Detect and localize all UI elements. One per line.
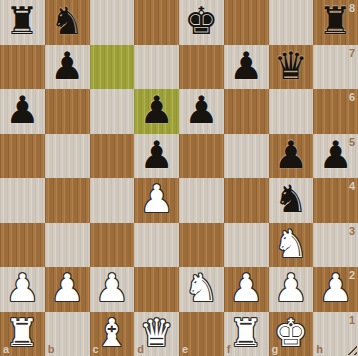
piece-white-rook-f1[interactable]: ♜ (229, 314, 263, 352)
piece-white-rook-a1[interactable]: ♜ (5, 314, 39, 352)
file-label-c: c (93, 343, 99, 355)
piece-white-pawn-g2[interactable]: ♟ (274, 269, 308, 307)
piece-black-queen-g7[interactable]: ♛ (274, 47, 308, 85)
square-h7[interactable]: 7 (313, 45, 358, 90)
rank-label-8: 8 (349, 2, 355, 14)
piece-black-pawn-b7[interactable]: ♟ (50, 47, 84, 85)
square-c4[interactable] (90, 178, 135, 223)
file-label-a: a (3, 343, 9, 355)
square-b1[interactable]: b (45, 312, 90, 356)
square-a8[interactable]: ♜ (0, 0, 45, 45)
square-c1[interactable]: ♝c (90, 312, 135, 356)
square-b8[interactable]: ♞ (45, 0, 90, 45)
square-h2[interactable]: ♟2 (313, 267, 358, 312)
piece-black-pawn-d6[interactable]: ♟ (140, 91, 174, 129)
square-a6[interactable]: ♟ (0, 89, 45, 134)
square-a5[interactable] (0, 134, 45, 179)
piece-black-king-e8[interactable]: ♚ (184, 2, 218, 40)
piece-black-pawn-a6[interactable]: ♟ (5, 91, 39, 129)
square-g3[interactable]: ♞ (269, 223, 314, 268)
square-e2[interactable]: ♞ (179, 267, 224, 312)
rank-label-1: 1 (349, 314, 355, 326)
square-f5[interactable] (224, 134, 269, 179)
file-label-g: g (272, 343, 279, 355)
square-g1[interactable]: ♚g (269, 312, 314, 356)
square-c3[interactable] (90, 223, 135, 268)
square-g5[interactable]: ♟ (269, 134, 314, 179)
piece-white-pawn-b2[interactable]: ♟ (50, 269, 84, 307)
rank-label-3: 3 (349, 225, 355, 237)
piece-black-pawn-f7[interactable]: ♟ (229, 47, 263, 85)
piece-white-pawn-d4[interactable]: ♟ (140, 180, 174, 218)
square-h4[interactable]: 4 (313, 178, 358, 223)
square-c7[interactable] (90, 45, 135, 90)
rank-label-6: 6 (349, 91, 355, 103)
piece-white-pawn-a2[interactable]: ♟ (5, 269, 39, 307)
square-d7[interactable] (134, 45, 179, 90)
square-b2[interactable]: ♟ (45, 267, 90, 312)
square-a2[interactable]: ♟ (0, 267, 45, 312)
piece-black-knight-b8[interactable]: ♞ (50, 2, 84, 40)
square-d8[interactable] (134, 0, 179, 45)
piece-white-pawn-c2[interactable]: ♟ (95, 269, 129, 307)
square-b5[interactable] (45, 134, 90, 179)
square-f8[interactable] (224, 0, 269, 45)
square-e1[interactable]: e (179, 312, 224, 356)
piece-white-knight-e2[interactable]: ♞ (184, 269, 218, 307)
square-d2[interactable] (134, 267, 179, 312)
piece-black-rook-a8[interactable]: ♜ (5, 2, 39, 40)
piece-black-pawn-h5[interactable]: ♟ (319, 136, 353, 174)
square-e6[interactable]: ♟ (179, 89, 224, 134)
rank-label-5: 5 (349, 136, 355, 148)
square-f1[interactable]: ♜f (224, 312, 269, 356)
piece-white-knight-g3[interactable]: ♞ (274, 225, 308, 263)
square-b6[interactable] (45, 89, 90, 134)
square-b3[interactable] (45, 223, 90, 268)
square-c2[interactable]: ♟ (90, 267, 135, 312)
piece-black-pawn-d5[interactable]: ♟ (140, 136, 174, 174)
square-h6[interactable]: 6 (313, 89, 358, 134)
square-e8[interactable]: ♚ (179, 0, 224, 45)
square-e4[interactable] (179, 178, 224, 223)
piece-white-pawn-f2[interactable]: ♟ (229, 269, 263, 307)
square-a1[interactable]: ♜a (0, 312, 45, 356)
square-g6[interactable] (269, 89, 314, 134)
square-g7[interactable]: ♛ (269, 45, 314, 90)
square-d6[interactable]: ♟ (134, 89, 179, 134)
square-c5[interactable] (90, 134, 135, 179)
square-f3[interactable] (224, 223, 269, 268)
square-f7[interactable]: ♟ (224, 45, 269, 90)
square-a4[interactable] (0, 178, 45, 223)
square-b7[interactable]: ♟ (45, 45, 90, 90)
piece-white-king-g1[interactable]: ♚ (274, 314, 308, 352)
square-h3[interactable]: 3 (313, 223, 358, 268)
square-f4[interactable] (224, 178, 269, 223)
square-a3[interactable] (0, 223, 45, 268)
rank-label-7: 7 (349, 47, 355, 59)
square-g8[interactable] (269, 0, 314, 45)
square-h8[interactable]: ♜8 (313, 0, 358, 45)
rank-label-4: 4 (349, 180, 355, 192)
piece-white-bishop-c1[interactable]: ♝ (95, 314, 129, 352)
file-label-e: e (182, 343, 188, 355)
piece-black-pawn-e6[interactable]: ♟ (184, 91, 218, 129)
piece-black-knight-g4[interactable]: ♞ (274, 180, 308, 218)
rank-label-2: 2 (349, 269, 355, 281)
square-g2[interactable]: ♟ (269, 267, 314, 312)
file-label-b: b (48, 343, 55, 355)
square-d4[interactable]: ♟ (134, 178, 179, 223)
square-b4[interactable] (45, 178, 90, 223)
square-f2[interactable]: ♟ (224, 267, 269, 312)
square-f6[interactable] (224, 89, 269, 134)
square-e3[interactable] (179, 223, 224, 268)
square-g4[interactable]: ♞ (269, 178, 314, 223)
square-d3[interactable] (134, 223, 179, 268)
piece-black-pawn-g5[interactable]: ♟ (274, 136, 308, 174)
chess-board[interactable]: ♜♞♚♜8♟♟♛7♟♟♟6♟♟♟5♟♞4♞3♟♟♟♞♟♟♟2♜ab♝c♛de♜f… (0, 0, 358, 356)
square-e7[interactable] (179, 45, 224, 90)
square-c6[interactable] (90, 89, 135, 134)
square-c8[interactable] (90, 0, 135, 45)
chess-board-wrap: ♜♞♚♜8♟♟♛7♟♟♟6♟♟♟5♟♞4♞3♟♟♟♞♟♟♟2♜ab♝c♛de♜f… (0, 0, 358, 356)
square-h5[interactable]: ♟5 (313, 134, 358, 179)
square-e5[interactable] (179, 134, 224, 179)
piece-white-pawn-h2[interactable]: ♟ (319, 269, 353, 307)
square-d5[interactable]: ♟ (134, 134, 179, 179)
file-label-h: h (316, 343, 323, 355)
file-label-f: f (227, 343, 231, 355)
square-d1[interactable]: ♛d (134, 312, 179, 356)
square-a7[interactable] (0, 45, 45, 90)
piece-black-rook-h8[interactable]: ♜ (319, 2, 353, 40)
file-label-d: d (137, 343, 144, 355)
piece-white-queen-d1[interactable]: ♛ (140, 314, 174, 352)
